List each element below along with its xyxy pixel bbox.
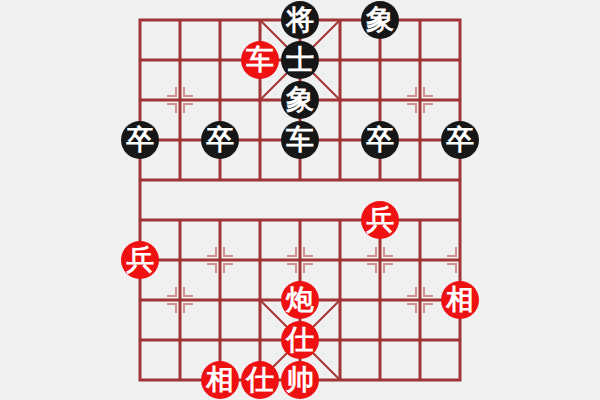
- piece-red-pawn[interactable]: 兵: [361, 201, 399, 239]
- piece-red-pawn[interactable]: 兵: [121, 241, 159, 279]
- piece-black-chariot[interactable]: 车: [281, 121, 319, 159]
- xiangqi-board[interactable]: 将象车士象卒卒车卒卒兵兵炮相仕相仕帅: [0, 0, 600, 400]
- piece-red-elephant[interactable]: 相: [201, 361, 239, 399]
- piece-red-advisor[interactable]: 仕: [241, 361, 279, 399]
- piece-red-elephant[interactable]: 相: [441, 281, 479, 319]
- piece-red-advisor[interactable]: 仕: [281, 321, 319, 359]
- piece-black-pawn[interactable]: 卒: [201, 121, 239, 159]
- piece-red-general[interactable]: 帅: [281, 361, 319, 399]
- piece-black-pawn[interactable]: 卒: [121, 121, 159, 159]
- piece-black-pawn[interactable]: 卒: [441, 121, 479, 159]
- piece-black-pawn[interactable]: 卒: [361, 121, 399, 159]
- piece-red-chariot[interactable]: 车: [241, 41, 279, 79]
- piece-black-elephant[interactable]: 象: [281, 81, 319, 119]
- piece-black-advisor[interactable]: 士: [281, 41, 319, 79]
- piece-red-cannon[interactable]: 炮: [281, 281, 319, 319]
- pieces-layer: 将象车士象卒卒车卒卒兵兵炮相仕相仕帅: [0, 0, 600, 400]
- piece-black-elephant[interactable]: 象: [361, 1, 399, 39]
- piece-black-general[interactable]: 将: [281, 1, 319, 39]
